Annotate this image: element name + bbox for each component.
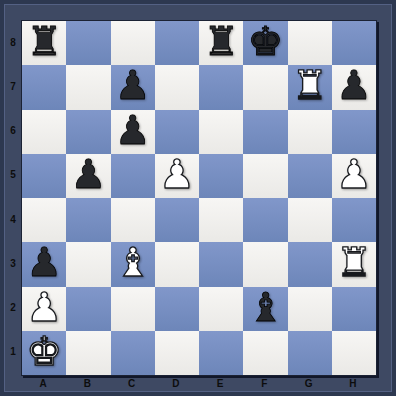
square-a8[interactable]: ♜ bbox=[22, 21, 66, 65]
square-h2[interactable] bbox=[332, 287, 376, 331]
square-f4[interactable] bbox=[243, 198, 287, 242]
square-d5[interactable]: ♟ bbox=[155, 154, 199, 198]
square-h7[interactable]: ♟ bbox=[332, 65, 376, 109]
square-d8[interactable] bbox=[155, 21, 199, 65]
piece-white-pawn[interactable]: ♟ bbox=[159, 154, 195, 194]
square-e6[interactable] bbox=[199, 110, 243, 154]
square-g1[interactable] bbox=[288, 331, 332, 375]
square-b2[interactable] bbox=[66, 287, 110, 331]
square-f3[interactable] bbox=[243, 242, 287, 286]
rank-labels: 87654321 bbox=[0, 20, 21, 374]
piece-white-rook[interactable]: ♜ bbox=[336, 242, 372, 282]
piece-black-pawn[interactable]: ♟ bbox=[26, 242, 62, 282]
piece-black-rook[interactable]: ♜ bbox=[26, 21, 62, 61]
piece-white-pawn[interactable]: ♟ bbox=[26, 287, 62, 327]
square-b7[interactable] bbox=[66, 65, 110, 109]
square-f8[interactable]: ♚ bbox=[243, 21, 287, 65]
square-g2[interactable] bbox=[288, 287, 332, 331]
square-f1[interactable] bbox=[243, 331, 287, 375]
square-d2[interactable] bbox=[155, 287, 199, 331]
square-h5[interactable]: ♟ bbox=[332, 154, 376, 198]
square-a3[interactable]: ♟ bbox=[22, 242, 66, 286]
square-d7[interactable] bbox=[155, 65, 199, 109]
square-a6[interactable] bbox=[22, 110, 66, 154]
square-e4[interactable] bbox=[199, 198, 243, 242]
square-g8[interactable] bbox=[288, 21, 332, 65]
piece-white-pawn[interactable]: ♟ bbox=[336, 154, 372, 194]
piece-black-bishop[interactable]: ♝ bbox=[247, 287, 283, 327]
square-g4[interactable] bbox=[288, 198, 332, 242]
square-f6[interactable] bbox=[243, 110, 287, 154]
rank-label-3: 3 bbox=[5, 241, 21, 285]
square-b4[interactable] bbox=[66, 198, 110, 242]
rank-label-2: 2 bbox=[5, 286, 21, 330]
square-e2[interactable] bbox=[199, 287, 243, 331]
file-label-a: A bbox=[21, 376, 65, 395]
square-f5[interactable] bbox=[243, 154, 287, 198]
square-a1[interactable]: ♚ bbox=[22, 331, 66, 375]
square-e7[interactable] bbox=[199, 65, 243, 109]
piece-white-rook[interactable]: ♜ bbox=[292, 65, 328, 105]
piece-black-king[interactable]: ♚ bbox=[247, 21, 283, 61]
square-c1[interactable] bbox=[111, 331, 155, 375]
square-a7[interactable] bbox=[22, 65, 66, 109]
square-c7[interactable]: ♟ bbox=[111, 65, 155, 109]
square-b5[interactable]: ♟ bbox=[66, 154, 110, 198]
rank-label-6: 6 bbox=[5, 109, 21, 153]
square-h6[interactable] bbox=[332, 110, 376, 154]
square-e8[interactable]: ♜ bbox=[199, 21, 243, 65]
square-c5[interactable] bbox=[111, 154, 155, 198]
square-c4[interactable] bbox=[111, 198, 155, 242]
square-c8[interactable] bbox=[111, 21, 155, 65]
square-g5[interactable] bbox=[288, 154, 332, 198]
square-c2[interactable] bbox=[111, 287, 155, 331]
square-h8[interactable] bbox=[332, 21, 376, 65]
rank-label-4: 4 bbox=[5, 197, 21, 241]
file-label-c: C bbox=[110, 376, 154, 395]
square-f2[interactable]: ♝ bbox=[243, 287, 287, 331]
square-d1[interactable] bbox=[155, 331, 199, 375]
file-labels: ABCDEFGH bbox=[21, 375, 375, 395]
rank-label-5: 5 bbox=[5, 153, 21, 197]
square-d4[interactable] bbox=[155, 198, 199, 242]
square-b1[interactable] bbox=[66, 331, 110, 375]
square-h1[interactable] bbox=[332, 331, 376, 375]
chess-board-frame: 87654321 ♜♜♚♟♜♟♟♟♟♟♟♝♜♟♝♚ ABCDEFGH bbox=[0, 0, 396, 396]
file-label-e: E bbox=[198, 376, 242, 395]
rank-label-8: 8 bbox=[5, 20, 21, 64]
square-b3[interactable] bbox=[66, 242, 110, 286]
file-label-h: H bbox=[331, 376, 375, 395]
square-a2[interactable]: ♟ bbox=[22, 287, 66, 331]
square-a5[interactable] bbox=[22, 154, 66, 198]
piece-black-pawn[interactable]: ♟ bbox=[115, 110, 151, 150]
square-d6[interactable] bbox=[155, 110, 199, 154]
square-h4[interactable] bbox=[332, 198, 376, 242]
piece-white-bishop[interactable]: ♝ bbox=[115, 242, 151, 282]
file-label-b: B bbox=[65, 376, 109, 395]
square-a4[interactable] bbox=[22, 198, 66, 242]
square-e1[interactable] bbox=[199, 331, 243, 375]
piece-black-pawn[interactable]: ♟ bbox=[336, 65, 372, 105]
file-label-f: F bbox=[242, 376, 286, 395]
square-f7[interactable] bbox=[243, 65, 287, 109]
square-d3[interactable] bbox=[155, 242, 199, 286]
file-label-d: D bbox=[154, 376, 198, 395]
square-e3[interactable] bbox=[199, 242, 243, 286]
square-b6[interactable] bbox=[66, 110, 110, 154]
square-g6[interactable] bbox=[288, 110, 332, 154]
rank-label-7: 7 bbox=[5, 64, 21, 108]
square-c6[interactable]: ♟ bbox=[111, 110, 155, 154]
square-b8[interactable] bbox=[66, 21, 110, 65]
piece-white-king[interactable]: ♚ bbox=[26, 331, 62, 371]
square-g7[interactable]: ♜ bbox=[288, 65, 332, 109]
square-g3[interactable] bbox=[288, 242, 332, 286]
rank-label-1: 1 bbox=[5, 330, 21, 374]
square-e5[interactable] bbox=[199, 154, 243, 198]
file-label-g: G bbox=[287, 376, 331, 395]
piece-black-pawn[interactable]: ♟ bbox=[70, 154, 106, 194]
piece-black-pawn[interactable]: ♟ bbox=[115, 65, 151, 105]
piece-black-rook[interactable]: ♜ bbox=[203, 21, 239, 61]
chess-board: ♜♜♚♟♜♟♟♟♟♟♟♝♜♟♝♚ bbox=[21, 20, 377, 376]
square-c3[interactable]: ♝ bbox=[111, 242, 155, 286]
square-h3[interactable]: ♜ bbox=[332, 242, 376, 286]
